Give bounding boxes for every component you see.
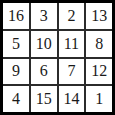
cell-r4c4: 1 xyxy=(86,86,112,112)
cell-r3c3: 7 xyxy=(59,59,85,85)
cell-r4c2: 15 xyxy=(31,86,57,112)
cell-r1c2: 3 xyxy=(31,3,57,29)
cell-r3c4: 12 xyxy=(86,59,112,85)
cell-r3c1: 9 xyxy=(3,59,29,85)
cell-r1c1: 16 xyxy=(3,3,29,29)
cell-r4c1: 4 xyxy=(3,86,29,112)
cell-r2c2: 10 xyxy=(31,31,57,57)
cell-r2c4: 8 xyxy=(86,31,112,57)
cell-r2c3: 11 xyxy=(59,31,85,57)
cell-r4c3: 14 xyxy=(59,86,85,112)
magic-square-board: 16321351011896712415141 xyxy=(0,0,115,115)
cell-r1c3: 2 xyxy=(59,3,85,29)
cell-r3c2: 6 xyxy=(31,59,57,85)
cell-r2c1: 5 xyxy=(3,31,29,57)
cell-r1c4: 13 xyxy=(86,3,112,29)
